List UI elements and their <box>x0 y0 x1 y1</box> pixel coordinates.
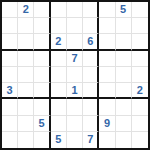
cell-r4c3[interactable] <box>34 51 50 67</box>
cell-r3c8[interactable] <box>116 34 132 50</box>
cell-r8c5[interactable] <box>67 116 83 132</box>
cell-r2c1[interactable] <box>2 18 18 34</box>
cell-r9c4[interactable]: 5 <box>51 132 67 148</box>
cell-r7c1[interactable] <box>2 99 18 115</box>
cell-r2c9[interactable] <box>132 18 148 34</box>
cell-r2c8[interactable] <box>116 18 132 34</box>
cell-r5c9[interactable] <box>132 67 148 83</box>
cell-r2c5[interactable] <box>67 18 83 34</box>
cell-r9c1[interactable] <box>2 132 18 148</box>
cell-r9c6[interactable]: 7 <box>83 132 99 148</box>
given-digit: 9 <box>104 118 110 129</box>
given-digit: 2 <box>137 85 143 96</box>
cell-r8c1[interactable] <box>2 116 18 132</box>
cell-r3c5[interactable] <box>67 34 83 50</box>
cell-r2c4[interactable] <box>51 18 67 34</box>
cell-r6c9[interactable]: 2 <box>132 83 148 99</box>
cell-r8c7[interactable]: 9 <box>99 116 115 132</box>
cell-r1c8[interactable]: 5 <box>116 2 132 18</box>
cell-r6c5[interactable]: 1 <box>67 83 83 99</box>
cell-r7c3[interactable] <box>34 99 50 115</box>
cell-r1c1[interactable] <box>2 2 18 18</box>
cell-r4c5[interactable]: 7 <box>67 51 83 67</box>
cell-r1c6[interactable] <box>83 2 99 18</box>
cell-r5c3[interactable] <box>34 67 50 83</box>
cell-r8c9[interactable] <box>132 116 148 132</box>
given-digit: 7 <box>71 53 77 64</box>
cell-r6c3[interactable] <box>34 83 50 99</box>
given-digit: 5 <box>55 134 61 145</box>
cell-r4c4[interactable] <box>51 51 67 67</box>
given-digit: 1 <box>71 85 77 96</box>
cell-r9c7[interactable] <box>99 132 115 148</box>
cell-r6c4[interactable] <box>51 83 67 99</box>
cell-r6c6[interactable] <box>83 83 99 99</box>
cell-r5c1[interactable] <box>2 67 18 83</box>
cell-r1c4[interactable] <box>51 2 67 18</box>
cell-r8c2[interactable] <box>18 116 34 132</box>
cell-r1c2[interactable]: 2 <box>18 2 34 18</box>
cell-r6c8[interactable] <box>116 83 132 99</box>
cell-r5c4[interactable] <box>51 67 67 83</box>
cell-r9c5[interactable] <box>67 132 83 148</box>
sudoku-board: 252673125957 <box>0 0 150 150</box>
cell-r4c2[interactable] <box>18 51 34 67</box>
cell-r5c5[interactable] <box>67 67 83 83</box>
cell-r3c3[interactable] <box>34 34 50 50</box>
cell-r3c7[interactable] <box>99 34 115 50</box>
cell-r5c7[interactable] <box>99 67 115 83</box>
cell-r7c9[interactable] <box>132 99 148 115</box>
cell-r4c7[interactable] <box>99 51 115 67</box>
cell-r9c9[interactable] <box>132 132 148 148</box>
given-digit: 3 <box>7 85 13 96</box>
cell-r5c2[interactable] <box>18 67 34 83</box>
cell-r6c2[interactable] <box>18 83 34 99</box>
cell-r2c6[interactable] <box>83 18 99 34</box>
cell-r2c2[interactable] <box>18 18 34 34</box>
given-digit: 2 <box>55 36 61 47</box>
cell-r7c5[interactable] <box>67 99 83 115</box>
cell-r6c1[interactable]: 3 <box>2 83 18 99</box>
cell-r1c9[interactable] <box>132 2 148 18</box>
cell-r7c7[interactable] <box>99 99 115 115</box>
cell-r7c6[interactable] <box>83 99 99 115</box>
given-digit: 5 <box>120 4 126 15</box>
cell-r1c3[interactable] <box>34 2 50 18</box>
cell-r8c4[interactable] <box>51 116 67 132</box>
cell-r8c3[interactable]: 5 <box>34 116 50 132</box>
cell-r5c6[interactable] <box>83 67 99 83</box>
cell-r9c8[interactable] <box>116 132 132 148</box>
cell-r2c7[interactable] <box>99 18 115 34</box>
given-digit: 7 <box>87 134 93 145</box>
cell-r3c9[interactable] <box>132 34 148 50</box>
cell-r5c8[interactable] <box>116 67 132 83</box>
cell-r9c2[interactable] <box>18 132 34 148</box>
cell-r3c1[interactable] <box>2 34 18 50</box>
cell-r4c8[interactable] <box>116 51 132 67</box>
cell-r4c6[interactable] <box>83 51 99 67</box>
cell-r1c7[interactable] <box>99 2 115 18</box>
given-digit: 2 <box>23 4 29 15</box>
cell-r2c3[interactable] <box>34 18 50 34</box>
cell-r3c6[interactable]: 6 <box>83 34 99 50</box>
cell-r8c6[interactable] <box>83 116 99 132</box>
cell-r1c5[interactable] <box>67 2 83 18</box>
cell-r7c2[interactable] <box>18 99 34 115</box>
cell-r6c7[interactable] <box>99 83 115 99</box>
cell-r7c8[interactable] <box>116 99 132 115</box>
cell-r7c4[interactable] <box>51 99 67 115</box>
cell-r8c8[interactable] <box>116 116 132 132</box>
cell-r9c3[interactable] <box>34 132 50 148</box>
cell-r3c4[interactable]: 2 <box>51 34 67 50</box>
cell-r4c1[interactable] <box>2 51 18 67</box>
given-digit: 6 <box>87 36 93 47</box>
cell-r4c9[interactable] <box>132 51 148 67</box>
given-digit: 5 <box>38 118 44 129</box>
cell-r3c2[interactable] <box>18 34 34 50</box>
